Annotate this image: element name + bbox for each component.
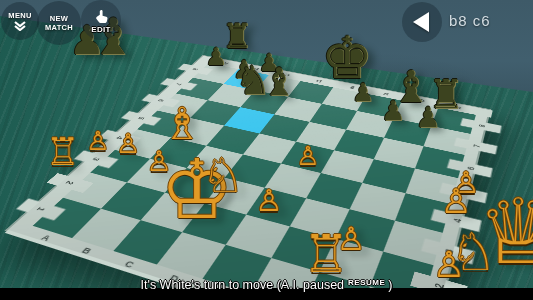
double-chevron-down-icon [13,21,27,31]
piece-white-rook-a1[interactable]: ♖ [46,133,80,171]
piece-white-pawn-f5[interactable]: ♙ [296,143,319,169]
edit-button[interactable]: EDIT [81,0,121,40]
undo-move-button[interactable] [402,2,442,42]
new-match-label-line2: MATCH [45,23,73,32]
edit-button-label: EDIT [91,25,110,34]
hand-pointer-icon [93,9,110,26]
piece-black-pawn-g7[interactable]: ♟ [381,98,405,125]
piece-black-bishop-d7[interactable]: ♝ [262,63,296,101]
new-match-button[interactable]: NEW MATCH [37,1,81,45]
piece-black-pawn-f7[interactable]: ♟ [352,80,374,105]
piece-white-pawn-f2[interactable]: ♙ [256,186,283,216]
captured-white-queen: ♕ [478,187,533,277]
back-arrow-icon [413,12,429,32]
resume-button[interactable]: RESUME [348,278,385,287]
piece-black-pawn-a7[interactable]: ♟ [205,45,227,69]
chess-app-screen: { "game": "chess", "app": { "background_… [0,0,533,300]
menu-button-label: MENU [8,11,31,20]
piece-white-knight-e2[interactable]: ♘ [201,152,244,200]
status-text: It's White's turn to move (A.I. paused [141,278,344,292]
piece-black-rook-h8[interactable]: ♜ [428,74,464,114]
board-corner [476,108,493,118]
status-text-close: ) [388,278,392,292]
piece-white-pawn-h2[interactable]: ♙ [337,223,366,255]
last-move-text: b8 c6 [449,12,491,29]
captured-white-pawn: ♙ [441,184,471,218]
new-match-label-line1: NEW [50,14,68,23]
status-bar: It's White's turn to move (A.I. pausedRE… [0,278,533,292]
piece-white-bishop-c4[interactable]: ♗ [162,102,201,146]
piece-white-pawn-a2[interactable]: ♙ [86,128,109,154]
piece-white-pawn-b2[interactable]: ♙ [116,131,140,158]
menu-button[interactable]: MENU [1,2,39,40]
